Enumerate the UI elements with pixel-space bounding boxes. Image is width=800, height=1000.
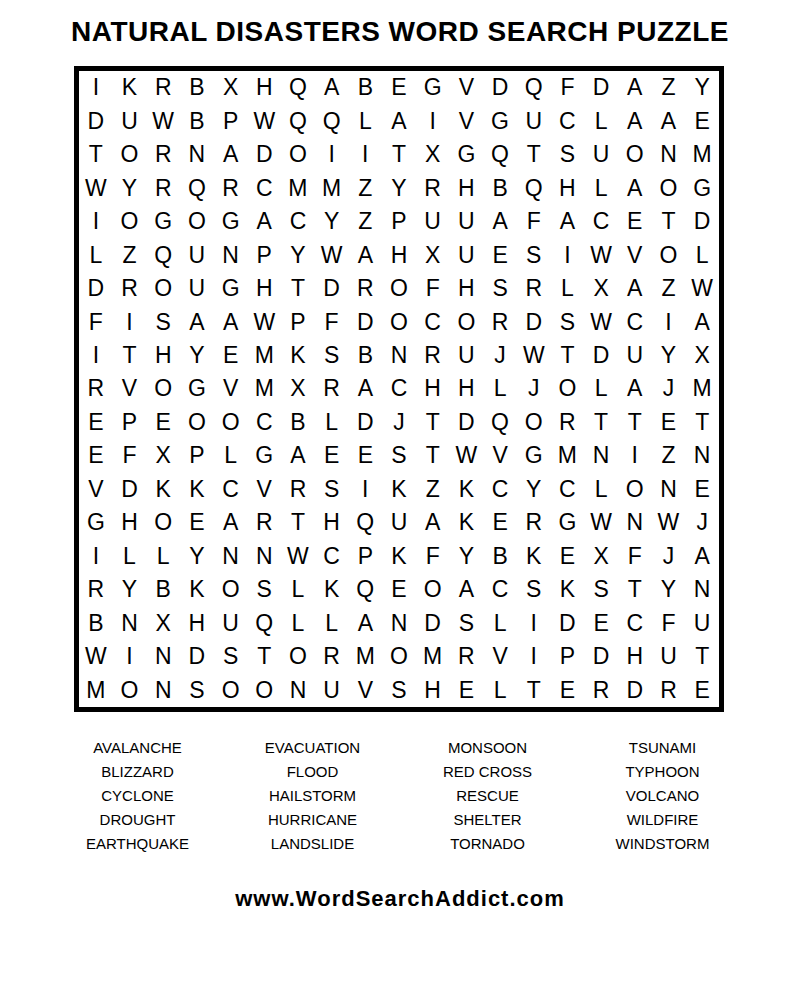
grid-cell[interactable]: O: [214, 573, 248, 606]
grid-cell[interactable]: F: [652, 607, 686, 640]
grid-cell[interactable]: E: [315, 439, 349, 472]
grid-cell[interactable]: D: [584, 339, 618, 372]
grid-cell[interactable]: F: [315, 305, 349, 338]
grid-cell[interactable]: R: [517, 272, 551, 305]
grid-cell[interactable]: Z: [652, 71, 686, 104]
grid-cell[interactable]: L: [685, 238, 719, 271]
grid-cell[interactable]: A: [450, 573, 484, 606]
grid-cell[interactable]: R: [483, 305, 517, 338]
grid-cell[interactable]: Y: [113, 573, 147, 606]
grid-cell[interactable]: N: [652, 138, 686, 171]
grid-cell[interactable]: A: [618, 104, 652, 137]
grid-cell[interactable]: B: [348, 71, 382, 104]
grid-cell[interactable]: V: [113, 372, 147, 405]
grid-cell[interactable]: M: [281, 171, 315, 204]
grid-cell[interactable]: T: [618, 406, 652, 439]
grid-cell[interactable]: D: [79, 104, 113, 137]
grid-cell[interactable]: T: [551, 339, 585, 372]
grid-cell[interactable]: Z: [113, 238, 147, 271]
grid-cell[interactable]: A: [551, 205, 585, 238]
grid-cell[interactable]: U: [517, 104, 551, 137]
grid-cell[interactable]: O: [382, 640, 416, 673]
grid-cell[interactable]: D: [584, 640, 618, 673]
grid-cell[interactable]: Y: [281, 238, 315, 271]
grid-cell[interactable]: J: [483, 339, 517, 372]
grid-cell[interactable]: T: [247, 640, 281, 673]
grid-cell[interactable]: G: [146, 205, 180, 238]
grid-cell[interactable]: T: [652, 205, 686, 238]
grid-cell[interactable]: G: [551, 506, 585, 539]
grid-cell[interactable]: K: [450, 506, 484, 539]
grid-cell[interactable]: Q: [517, 71, 551, 104]
grid-cell[interactable]: V: [348, 674, 382, 707]
grid-cell[interactable]: O: [146, 372, 180, 405]
grid-cell[interactable]: E: [652, 406, 686, 439]
grid-cell[interactable]: L: [315, 607, 349, 640]
grid-cell[interactable]: L: [281, 573, 315, 606]
grid-cell[interactable]: A: [214, 305, 248, 338]
grid-cell[interactable]: S: [315, 339, 349, 372]
grid-cell[interactable]: G: [416, 71, 450, 104]
grid-cell[interactable]: A: [214, 138, 248, 171]
grid-cell[interactable]: Q: [281, 71, 315, 104]
grid-cell[interactable]: Q: [483, 138, 517, 171]
grid-cell[interactable]: S: [180, 674, 214, 707]
grid-cell[interactable]: P: [113, 406, 147, 439]
grid-cell[interactable]: T: [685, 406, 719, 439]
grid-cell[interactable]: W: [517, 339, 551, 372]
grid-cell[interactable]: R: [79, 372, 113, 405]
grid-cell[interactable]: Y: [113, 171, 147, 204]
grid-cell[interactable]: R: [247, 506, 281, 539]
grid-cell[interactable]: R: [517, 506, 551, 539]
grid-cell[interactable]: L: [348, 104, 382, 137]
grid-cell[interactable]: R: [214, 171, 248, 204]
grid-cell[interactable]: H: [416, 674, 450, 707]
grid-cell[interactable]: K: [180, 573, 214, 606]
grid-cell[interactable]: G: [247, 439, 281, 472]
grid-cell[interactable]: D: [551, 607, 585, 640]
grid-cell[interactable]: N: [584, 439, 618, 472]
grid-cell[interactable]: O: [281, 138, 315, 171]
grid-cell[interactable]: M: [685, 372, 719, 405]
grid-cell[interactable]: U: [214, 607, 248, 640]
grid-cell[interactable]: X: [146, 439, 180, 472]
grid-cell[interactable]: W: [247, 305, 281, 338]
grid-cell[interactable]: N: [214, 238, 248, 271]
grid-cell[interactable]: W: [146, 104, 180, 137]
grid-cell[interactable]: O: [551, 372, 585, 405]
grid-cell[interactable]: N: [113, 607, 147, 640]
grid-cell[interactable]: V: [483, 640, 517, 673]
grid-cell[interactable]: J: [685, 506, 719, 539]
grid-cell[interactable]: U: [584, 138, 618, 171]
grid-cell[interactable]: Y: [180, 339, 214, 372]
grid-cell[interactable]: F: [517, 205, 551, 238]
grid-cell[interactable]: A: [315, 71, 349, 104]
grid-cell[interactable]: S: [517, 573, 551, 606]
grid-cell[interactable]: G: [450, 138, 484, 171]
grid-cell[interactable]: K: [382, 473, 416, 506]
grid-cell[interactable]: A: [416, 506, 450, 539]
grid-cell[interactable]: D: [113, 473, 147, 506]
grid-cell[interactable]: A: [214, 506, 248, 539]
grid-cell[interactable]: A: [652, 104, 686, 137]
grid-cell[interactable]: M: [247, 339, 281, 372]
grid-cell[interactable]: C: [214, 473, 248, 506]
grid-cell[interactable]: B: [281, 406, 315, 439]
grid-cell[interactable]: O: [416, 573, 450, 606]
grid-cell[interactable]: D: [416, 607, 450, 640]
grid-cell[interactable]: C: [483, 573, 517, 606]
grid-cell[interactable]: F: [618, 540, 652, 573]
grid-cell[interactable]: R: [652, 674, 686, 707]
grid-cell[interactable]: Z: [652, 439, 686, 472]
grid-cell[interactable]: E: [584, 607, 618, 640]
grid-cell[interactable]: I: [79, 205, 113, 238]
grid-cell[interactable]: U: [113, 104, 147, 137]
grid-cell[interactable]: K: [180, 473, 214, 506]
grid-cell[interactable]: E: [146, 406, 180, 439]
grid-cell[interactable]: R: [450, 640, 484, 673]
grid-cell[interactable]: O: [113, 205, 147, 238]
grid-cell[interactable]: N: [281, 674, 315, 707]
grid-cell[interactable]: O: [652, 238, 686, 271]
grid-cell[interactable]: D: [247, 138, 281, 171]
grid-cell[interactable]: N: [618, 506, 652, 539]
grid-cell[interactable]: L: [214, 439, 248, 472]
grid-cell[interactable]: H: [180, 607, 214, 640]
grid-cell[interactable]: F: [551, 71, 585, 104]
grid-cell[interactable]: C: [247, 171, 281, 204]
grid-cell[interactable]: O: [247, 674, 281, 707]
grid-cell[interactable]: B: [348, 339, 382, 372]
grid-cell[interactable]: S: [146, 305, 180, 338]
grid-cell[interactable]: U: [180, 238, 214, 271]
grid-cell[interactable]: S: [214, 640, 248, 673]
grid-cell[interactable]: D: [618, 674, 652, 707]
grid-cell[interactable]: Y: [180, 540, 214, 573]
grid-cell[interactable]: M: [247, 372, 281, 405]
grid-cell[interactable]: N: [146, 640, 180, 673]
grid-cell[interactable]: Q: [146, 238, 180, 271]
grid-cell[interactable]: B: [180, 71, 214, 104]
grid-cell[interactable]: X: [685, 339, 719, 372]
grid-cell[interactable]: U: [450, 339, 484, 372]
grid-cell[interactable]: I: [618, 439, 652, 472]
grid-cell[interactable]: A: [180, 305, 214, 338]
grid-cell[interactable]: B: [483, 171, 517, 204]
grid-cell[interactable]: R: [146, 171, 180, 204]
grid-cell[interactable]: L: [483, 372, 517, 405]
grid-cell[interactable]: T: [517, 674, 551, 707]
grid-cell[interactable]: O: [652, 171, 686, 204]
grid-cell[interactable]: R: [146, 71, 180, 104]
grid-cell[interactable]: O: [113, 674, 147, 707]
grid-cell[interactable]: E: [551, 674, 585, 707]
grid-cell[interactable]: W: [79, 640, 113, 673]
grid-cell[interactable]: G: [685, 171, 719, 204]
grid-cell[interactable]: L: [146, 540, 180, 573]
grid-cell[interactable]: A: [685, 540, 719, 573]
grid-cell[interactable]: R: [315, 640, 349, 673]
grid-cell[interactable]: X: [416, 138, 450, 171]
grid-cell[interactable]: Y: [450, 540, 484, 573]
grid-cell[interactable]: E: [685, 674, 719, 707]
grid-cell[interactable]: D: [79, 272, 113, 305]
grid-cell[interactable]: P: [551, 640, 585, 673]
grid-cell[interactable]: C: [551, 104, 585, 137]
grid-cell[interactable]: I: [113, 640, 147, 673]
grid-cell[interactable]: L: [584, 171, 618, 204]
grid-cell[interactable]: W: [450, 439, 484, 472]
grid-cell[interactable]: S: [584, 573, 618, 606]
grid-cell[interactable]: A: [618, 71, 652, 104]
grid-cell[interactable]: N: [685, 439, 719, 472]
grid-cell[interactable]: E: [551, 540, 585, 573]
grid-cell[interactable]: D: [348, 406, 382, 439]
grid-cell[interactable]: I: [416, 104, 450, 137]
grid-cell[interactable]: G: [517, 439, 551, 472]
grid-cell[interactable]: X: [214, 71, 248, 104]
grid-cell[interactable]: L: [483, 607, 517, 640]
grid-cell[interactable]: C: [618, 305, 652, 338]
grid-cell[interactable]: D: [685, 205, 719, 238]
grid-cell[interactable]: X: [281, 372, 315, 405]
grid-cell[interactable]: N: [685, 573, 719, 606]
grid-cell[interactable]: Z: [416, 473, 450, 506]
grid-cell[interactable]: S: [483, 272, 517, 305]
grid-cell[interactable]: T: [113, 339, 147, 372]
grid-cell[interactable]: A: [247, 205, 281, 238]
grid-cell[interactable]: Q: [517, 171, 551, 204]
grid-cell[interactable]: F: [416, 540, 450, 573]
grid-cell[interactable]: E: [450, 674, 484, 707]
grid-cell[interactable]: A: [618, 272, 652, 305]
grid-cell[interactable]: O: [146, 506, 180, 539]
grid-cell[interactable]: Z: [348, 171, 382, 204]
grid-cell[interactable]: Q: [348, 506, 382, 539]
grid-cell[interactable]: W: [584, 238, 618, 271]
grid-cell[interactable]: T: [416, 439, 450, 472]
grid-cell[interactable]: I: [348, 473, 382, 506]
grid-cell[interactable]: D: [348, 305, 382, 338]
grid-cell[interactable]: A: [618, 171, 652, 204]
grid-cell[interactable]: C: [618, 607, 652, 640]
grid-cell[interactable]: Q: [348, 573, 382, 606]
grid-cell[interactable]: M: [348, 640, 382, 673]
grid-cell[interactable]: E: [348, 439, 382, 472]
grid-cell[interactable]: Y: [685, 71, 719, 104]
grid-cell[interactable]: H: [382, 238, 416, 271]
grid-cell[interactable]: L: [315, 406, 349, 439]
grid-cell[interactable]: P: [214, 104, 248, 137]
grid-cell[interactable]: S: [551, 138, 585, 171]
grid-cell[interactable]: C: [382, 372, 416, 405]
grid-cell[interactable]: L: [281, 607, 315, 640]
grid-cell[interactable]: U: [450, 238, 484, 271]
grid-cell[interactable]: G: [180, 372, 214, 405]
grid-cell[interactable]: P: [281, 305, 315, 338]
grid-cell[interactable]: I: [315, 138, 349, 171]
grid-cell[interactable]: T: [618, 573, 652, 606]
grid-cell[interactable]: W: [584, 506, 618, 539]
grid-cell[interactable]: H: [416, 372, 450, 405]
grid-cell[interactable]: H: [113, 506, 147, 539]
grid-cell[interactable]: R: [348, 272, 382, 305]
grid-cell[interactable]: U: [618, 339, 652, 372]
grid-cell[interactable]: E: [685, 104, 719, 137]
grid-cell[interactable]: T: [685, 640, 719, 673]
grid-cell[interactable]: O: [517, 406, 551, 439]
grid-cell[interactable]: E: [483, 238, 517, 271]
grid-cell[interactable]: O: [450, 305, 484, 338]
grid-cell[interactable]: U: [180, 272, 214, 305]
grid-cell[interactable]: E: [180, 506, 214, 539]
grid-cell[interactable]: O: [180, 406, 214, 439]
grid-cell[interactable]: T: [416, 406, 450, 439]
grid-cell[interactable]: K: [315, 573, 349, 606]
grid-cell[interactable]: R: [281, 473, 315, 506]
grid-cell[interactable]: I: [113, 305, 147, 338]
grid-cell[interactable]: D: [315, 272, 349, 305]
grid-cell[interactable]: N: [382, 607, 416, 640]
grid-cell[interactable]: V: [483, 439, 517, 472]
grid-cell[interactable]: M: [79, 674, 113, 707]
grid-cell[interactable]: A: [348, 238, 382, 271]
grid-cell[interactable]: J: [652, 372, 686, 405]
grid-cell[interactable]: E: [382, 71, 416, 104]
grid-cell[interactable]: H: [450, 171, 484, 204]
grid-cell[interactable]: V: [450, 104, 484, 137]
grid-cell[interactable]: N: [214, 540, 248, 573]
grid-cell[interactable]: J: [652, 540, 686, 573]
grid-cell[interactable]: S: [517, 238, 551, 271]
grid-cell[interactable]: R: [416, 171, 450, 204]
grid-cell[interactable]: O: [113, 138, 147, 171]
grid-cell[interactable]: Y: [517, 473, 551, 506]
grid-cell[interactable]: I: [517, 607, 551, 640]
grid-cell[interactable]: B: [146, 573, 180, 606]
grid-cell[interactable]: Y: [382, 171, 416, 204]
grid-cell[interactable]: D: [584, 71, 618, 104]
grid-cell[interactable]: G: [214, 205, 248, 238]
grid-cell[interactable]: R: [146, 138, 180, 171]
grid-cell[interactable]: E: [618, 205, 652, 238]
grid-cell[interactable]: A: [281, 439, 315, 472]
grid-cell[interactable]: L: [79, 238, 113, 271]
grid-cell[interactable]: V: [79, 473, 113, 506]
grid-cell[interactable]: Y: [652, 339, 686, 372]
grid-cell[interactable]: C: [315, 540, 349, 573]
grid-cell[interactable]: H: [247, 272, 281, 305]
grid-cell[interactable]: K: [382, 540, 416, 573]
grid-cell[interactable]: X: [146, 607, 180, 640]
grid-cell[interactable]: Y: [652, 573, 686, 606]
grid-cell[interactable]: B: [79, 607, 113, 640]
grid-cell[interactable]: B: [483, 540, 517, 573]
grid-cell[interactable]: O: [382, 272, 416, 305]
grid-cell[interactable]: E: [685, 473, 719, 506]
grid-cell[interactable]: A: [348, 372, 382, 405]
grid-cell[interactable]: T: [79, 138, 113, 171]
grid-cell[interactable]: H: [146, 339, 180, 372]
grid-cell[interactable]: L: [113, 540, 147, 573]
grid-cell[interactable]: H: [450, 272, 484, 305]
grid-cell[interactable]: K: [146, 473, 180, 506]
grid-cell[interactable]: U: [382, 506, 416, 539]
grid-cell[interactable]: C: [281, 205, 315, 238]
grid-cell[interactable]: C: [247, 406, 281, 439]
grid-cell[interactable]: W: [79, 171, 113, 204]
grid-cell[interactable]: T: [281, 272, 315, 305]
grid-cell[interactable]: U: [315, 674, 349, 707]
grid-cell[interactable]: A: [685, 305, 719, 338]
grid-cell[interactable]: E: [214, 339, 248, 372]
grid-cell[interactable]: E: [382, 573, 416, 606]
grid-cell[interactable]: U: [685, 607, 719, 640]
grid-cell[interactable]: N: [652, 473, 686, 506]
grid-cell[interactable]: O: [382, 305, 416, 338]
grid-cell[interactable]: Y: [315, 205, 349, 238]
grid-cell[interactable]: S: [382, 674, 416, 707]
grid-cell[interactable]: L: [584, 473, 618, 506]
grid-cell[interactable]: W: [281, 540, 315, 573]
grid-cell[interactable]: V: [618, 238, 652, 271]
grid-cell[interactable]: D: [517, 305, 551, 338]
grid-cell[interactable]: T: [584, 406, 618, 439]
grid-cell[interactable]: Q: [247, 607, 281, 640]
grid-cell[interactable]: Q: [315, 104, 349, 137]
grid-cell[interactable]: P: [382, 205, 416, 238]
grid-cell[interactable]: C: [584, 205, 618, 238]
grid-cell[interactable]: O: [618, 473, 652, 506]
grid-cell[interactable]: F: [113, 439, 147, 472]
grid-cell[interactable]: R: [416, 339, 450, 372]
grid-cell[interactable]: V: [247, 473, 281, 506]
grid-cell[interactable]: Q: [180, 171, 214, 204]
grid-cell[interactable]: I: [79, 339, 113, 372]
grid-cell[interactable]: H: [551, 171, 585, 204]
grid-cell[interactable]: I: [79, 540, 113, 573]
grid-cell[interactable]: W: [685, 272, 719, 305]
grid-cell[interactable]: Q: [281, 104, 315, 137]
grid-cell[interactable]: S: [315, 473, 349, 506]
grid-cell[interactable]: X: [416, 238, 450, 271]
grid-cell[interactable]: U: [652, 640, 686, 673]
grid-cell[interactable]: N: [247, 540, 281, 573]
grid-cell[interactable]: I: [517, 640, 551, 673]
grid-cell[interactable]: Z: [348, 205, 382, 238]
grid-cell[interactable]: M: [315, 171, 349, 204]
grid-cell[interactable]: F: [416, 272, 450, 305]
grid-cell[interactable]: H: [315, 506, 349, 539]
grid-cell[interactable]: C: [551, 473, 585, 506]
grid-cell[interactable]: J: [517, 372, 551, 405]
grid-cell[interactable]: V: [450, 71, 484, 104]
grid-cell[interactable]: E: [79, 406, 113, 439]
grid-cell[interactable]: K: [517, 540, 551, 573]
grid-cell[interactable]: R: [584, 674, 618, 707]
grid-cell[interactable]: X: [584, 540, 618, 573]
grid-cell[interactable]: J: [382, 406, 416, 439]
grid-cell[interactable]: K: [281, 339, 315, 372]
grid-cell[interactable]: A: [483, 205, 517, 238]
grid-cell[interactable]: N: [382, 339, 416, 372]
grid-cell[interactable]: O: [214, 406, 248, 439]
grid-cell[interactable]: O: [146, 272, 180, 305]
grid-cell[interactable]: K: [113, 71, 147, 104]
